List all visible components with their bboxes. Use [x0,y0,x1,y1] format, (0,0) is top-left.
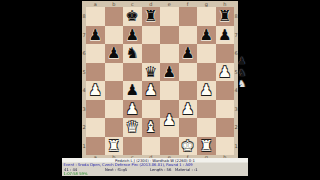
square-f1[interactable]: ♚ [179,137,198,156]
square-a6[interactable] [86,44,105,63]
white-pawn: ♟ [197,81,216,100]
square-g4[interactable]: ♟ [197,81,216,100]
square-b2[interactable] [105,118,124,137]
square-a5[interactable] [86,63,105,82]
chess-board: abcdefgh8♚♜♜87♟♟♟♟76♟♞♟65♛♟♟54♟♟♟♟43♟♟32… [82,1,238,159]
square-e8[interactable] [160,7,179,26]
square-g7[interactable]: ♟ [197,26,216,45]
black-pawn: ♟ [123,26,142,45]
square-d8[interactable]: ♜ [142,7,161,26]
square-d4[interactable]: ♟ [142,81,161,100]
black-pawn: ♟ [123,81,142,100]
square-e6[interactable] [160,44,179,63]
white-pawn: ♟ [179,100,198,119]
game-info-panel-inner: Pedzich L J (2304) - Wardhab W (2260) 0-… [62,158,248,176]
square-h1[interactable] [216,137,235,156]
square-f7[interactable] [179,26,198,45]
black-king: ♚ [123,7,142,26]
black-pawn: ♟ [160,63,179,82]
square-c1[interactable] [123,137,142,156]
square-b3[interactable] [105,100,124,119]
white-pawn: ♟ [86,81,105,100]
square-h8[interactable]: ♜ [216,7,235,26]
black-rook: ♜ [216,7,235,26]
square-c8[interactable]: ♚ [123,7,142,26]
white-pawn: ♟ [216,63,235,82]
captured-pieces-tray: ♟♞♞ [236,55,248,90]
square-e1[interactable] [160,137,179,156]
square-b7[interactable] [105,26,124,45]
black-rook: ♜ [142,7,161,26]
square-c6[interactable]: ♞ [123,44,142,63]
white-pawn: ♟ [142,81,161,100]
white-queen: ♛ [123,118,142,137]
square-c4[interactable]: ♟ [123,81,142,100]
black-queen: ♛ [142,63,161,82]
square-b4[interactable] [105,81,124,100]
square-f3[interactable]: ♟ [179,100,198,119]
rank-label-8: 8 [234,7,238,26]
square-f4[interactable] [179,81,198,100]
square-f6[interactable]: ♟ [179,44,198,63]
square-g5[interactable] [197,63,216,82]
square-f8[interactable] [179,7,198,26]
square-d7[interactable] [142,26,161,45]
square-d2[interactable]: ♝ [142,118,161,137]
game-info-panel: Pedzich L J (2304) - Wardhab W (2260) 0-… [62,158,248,176]
captured-white-knight-icon: ♞ [238,78,247,90]
square-d5[interactable]: ♛ [142,63,161,82]
black-knight: ♞ [123,44,142,63]
square-b1[interactable]: ♜ [105,137,124,156]
square-g8[interactable] [197,7,216,26]
rank-label-2: 2 [234,118,238,137]
square-g6[interactable] [197,44,216,63]
square-a1[interactable] [86,137,105,156]
video-frame: abcdefgh8♚♜♜87♟♟♟♟76♟♞♟65♛♟♟54♟♟♟♟43♟♟32… [0,0,320,180]
square-h3[interactable] [216,100,235,119]
square-e4[interactable] [160,81,179,100]
stats-line: 41 : 44 Next : f1-g5 Length : 56 Materia… [62,167,248,172]
square-e2[interactable]: ♟ [160,118,179,137]
square-g2[interactable] [197,118,216,137]
black-pawn: ♟ [86,26,105,45]
move-counter: 41 : 44 [64,167,77,172]
square-f5[interactable] [179,63,198,82]
square-e3[interactable] [160,100,179,119]
black-pawn: ♟ [197,26,216,45]
square-b6[interactable]: ♟ [105,44,124,63]
square-g3[interactable] [197,100,216,119]
game-length-label: Length : 56 [150,167,171,172]
square-a2[interactable] [86,118,105,137]
next-move-label: Next : f1-g5 [105,167,127,172]
rank-label-3: 3 [234,100,238,119]
square-e5[interactable]: ♟ [160,63,179,82]
square-c7[interactable]: ♟ [123,26,142,45]
square-d1[interactable] [142,137,161,156]
square-c2[interactable]: ♛ [123,118,142,137]
square-a8[interactable] [86,7,105,26]
white-pawn: ♟ [123,100,142,119]
black-pawn: ♟ [179,44,198,63]
square-b5[interactable] [105,63,124,82]
black-pawn: ♟ [216,26,235,45]
square-c3[interactable]: ♟ [123,100,142,119]
square-h5[interactable]: ♟ [216,63,235,82]
captured-black-pawn-icon: ♟ [238,55,247,67]
square-a7[interactable]: ♟ [86,26,105,45]
rank-label-7: 7 [234,26,238,45]
square-e7[interactable] [160,26,179,45]
square-b8[interactable] [105,7,124,26]
square-h4[interactable] [216,81,235,100]
progress-line: 1:07:58 59% [62,172,248,177]
square-f2[interactable] [179,118,198,137]
square-d3[interactable] [142,100,161,119]
black-pawn: ♟ [105,44,124,63]
square-h2[interactable] [216,118,235,137]
white-king: ♚ [179,137,198,156]
white-rook: ♜ [197,137,216,156]
square-d6[interactable] [142,44,161,63]
square-c5[interactable] [123,63,142,82]
square-h6[interactable] [216,44,235,63]
captured-black-knight-icon: ♞ [238,67,247,79]
white-rook: ♜ [105,137,124,156]
square-a3[interactable] [86,100,105,119]
square-g1[interactable]: ♜ [197,137,216,156]
material-balance-label: Material : -1 [175,167,198,172]
white-bishop: ♝ [142,118,161,137]
square-h7[interactable]: ♟ [216,26,235,45]
square-a4[interactable]: ♟ [86,81,105,100]
rank-label-1: 1 [234,137,238,156]
